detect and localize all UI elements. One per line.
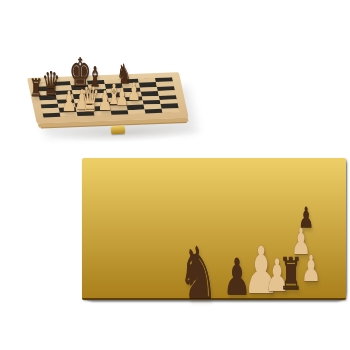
open-board-shadow	[48, 121, 209, 145]
chess-piece-white-pawn: ♟	[127, 80, 140, 104]
board-square	[128, 109, 146, 114]
board-square	[43, 112, 61, 117]
chess-piece-black-rook: ♜	[29, 76, 42, 100]
chess-piece-black-pawn: ♟	[298, 204, 314, 232]
open-board-latch-icon	[111, 126, 125, 135]
chess-piece-black-knight: ♞	[178, 237, 218, 309]
board-square	[145, 108, 163, 113]
chess-piece-black-queen: ♛	[42, 67, 60, 100]
product-photo: ♟♜♟♟♜♟♟ ♜♛♚♝♞♟♟♛♟♝♟♟ ♞♟♟♟♜♟♟♟	[0, 0, 350, 350]
board-square	[162, 108, 180, 113]
